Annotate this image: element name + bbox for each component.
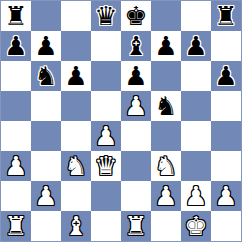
square-e8[interactable]: ♚	[121, 1, 151, 31]
white-rook-icon[interactable]: ♜	[124, 211, 147, 241]
square-b3[interactable]	[31, 151, 61, 181]
square-f3[interactable]: ♞	[151, 151, 181, 181]
square-c1[interactable]: ♝	[61, 211, 91, 241]
white-queen-icon[interactable]: ♛	[94, 151, 117, 181]
black-pawn-icon[interactable]: ♟	[124, 61, 147, 91]
square-g5[interactable]	[181, 91, 211, 121]
square-e7[interactable]: ♝	[121, 31, 151, 61]
square-a5[interactable]	[1, 91, 31, 121]
square-d7[interactable]	[91, 31, 121, 61]
square-g1[interactable]: ♚	[181, 211, 211, 241]
white-pawn-icon[interactable]: ♟	[154, 181, 177, 211]
square-h2[interactable]: ♟	[211, 181, 241, 211]
square-g7[interactable]: ♟	[181, 31, 211, 61]
square-d8[interactable]: ♛	[91, 1, 121, 31]
square-g8[interactable]	[181, 1, 211, 31]
square-h8[interactable]: ♜	[211, 1, 241, 31]
square-f2[interactable]: ♟	[151, 181, 181, 211]
square-b4[interactable]	[31, 121, 61, 151]
square-d1[interactable]	[91, 211, 121, 241]
square-e4[interactable]	[121, 121, 151, 151]
black-pawn-icon[interactable]: ♟	[34, 31, 57, 61]
square-b5[interactable]	[31, 91, 61, 121]
square-b7[interactable]: ♟	[31, 31, 61, 61]
white-pawn-icon[interactable]: ♟	[184, 181, 207, 211]
black-pawn-icon[interactable]: ♟	[184, 31, 207, 61]
square-c8[interactable]	[61, 1, 91, 31]
square-d4[interactable]: ♟	[91, 121, 121, 151]
square-e3[interactable]	[121, 151, 151, 181]
square-f5[interactable]: ♞	[151, 91, 181, 121]
square-b2[interactable]: ♟	[31, 181, 61, 211]
square-g6[interactable]	[181, 61, 211, 91]
white-pawn-icon[interactable]: ♟	[214, 181, 237, 211]
black-queen-icon[interactable]: ♛	[94, 1, 117, 31]
square-a6[interactable]	[1, 61, 31, 91]
white-pawn-icon[interactable]: ♟	[4, 151, 27, 181]
square-f8[interactable]	[151, 1, 181, 31]
black-pawn-icon[interactable]: ♟	[214, 61, 237, 91]
chess-board: ♜♛♚♜♟♟♝♟♟♞♟♟♟♟♞♟♟♞♛♞♟♟♟♟♜♝♜♚	[1, 1, 241, 241]
black-bishop-icon[interactable]: ♝	[124, 31, 147, 61]
square-a7[interactable]: ♟	[1, 31, 31, 61]
square-d6[interactable]	[91, 61, 121, 91]
square-e5[interactable]: ♟	[121, 91, 151, 121]
square-d3[interactable]: ♛	[91, 151, 121, 181]
white-king-icon[interactable]: ♚	[184, 211, 207, 241]
square-e2[interactable]	[121, 181, 151, 211]
square-b8[interactable]	[31, 1, 61, 31]
square-e1[interactable]: ♜	[121, 211, 151, 241]
square-h7[interactable]	[211, 31, 241, 61]
square-h5[interactable]	[211, 91, 241, 121]
square-f7[interactable]: ♟	[151, 31, 181, 61]
black-rook-icon[interactable]: ♜	[214, 1, 237, 31]
square-g3[interactable]	[181, 151, 211, 181]
square-h6[interactable]: ♟	[211, 61, 241, 91]
square-c5[interactable]	[61, 91, 91, 121]
square-c7[interactable]	[61, 31, 91, 61]
square-h4[interactable]	[211, 121, 241, 151]
square-h1[interactable]	[211, 211, 241, 241]
square-b6[interactable]: ♞	[31, 61, 61, 91]
black-pawn-icon[interactable]: ♟	[64, 61, 87, 91]
white-bishop-icon[interactable]: ♝	[64, 211, 87, 241]
white-knight-icon[interactable]: ♞	[154, 151, 177, 181]
square-d2[interactable]	[91, 181, 121, 211]
white-pawn-icon[interactable]: ♟	[34, 181, 57, 211]
square-f4[interactable]	[151, 121, 181, 151]
black-pawn-icon[interactable]: ♟	[154, 31, 177, 61]
black-knight-icon[interactable]: ♞	[34, 61, 57, 91]
square-f6[interactable]	[151, 61, 181, 91]
square-a4[interactable]	[1, 121, 31, 151]
square-c4[interactable]	[61, 121, 91, 151]
square-c6[interactable]: ♟	[61, 61, 91, 91]
black-pawn-icon[interactable]: ♟	[4, 31, 27, 61]
black-knight-icon[interactable]: ♞	[154, 91, 177, 121]
square-c2[interactable]	[61, 181, 91, 211]
square-c3[interactable]: ♞	[61, 151, 91, 181]
square-a8[interactable]: ♜	[1, 1, 31, 31]
square-a3[interactable]: ♟	[1, 151, 31, 181]
square-b1[interactable]	[31, 211, 61, 241]
white-knight-icon[interactable]: ♞	[64, 151, 87, 181]
black-rook-icon[interactable]: ♜	[4, 1, 27, 31]
white-rook-icon[interactable]: ♜	[4, 211, 27, 241]
chess-board-frame: ♜♛♚♜♟♟♝♟♟♞♟♟♟♟♞♟♟♞♛♞♟♟♟♟♜♝♜♚	[0, 0, 242, 242]
square-a1[interactable]: ♜	[1, 211, 31, 241]
square-f1[interactable]	[151, 211, 181, 241]
square-e6[interactable]: ♟	[121, 61, 151, 91]
black-king-icon[interactable]: ♚	[124, 1, 147, 31]
white-pawn-icon[interactable]: ♟	[124, 91, 147, 121]
square-g2[interactable]: ♟	[181, 181, 211, 211]
square-h3[interactable]	[211, 151, 241, 181]
square-a2[interactable]	[1, 181, 31, 211]
square-d5[interactable]	[91, 91, 121, 121]
square-g4[interactable]	[181, 121, 211, 151]
white-pawn-icon[interactable]: ♟	[94, 121, 117, 151]
